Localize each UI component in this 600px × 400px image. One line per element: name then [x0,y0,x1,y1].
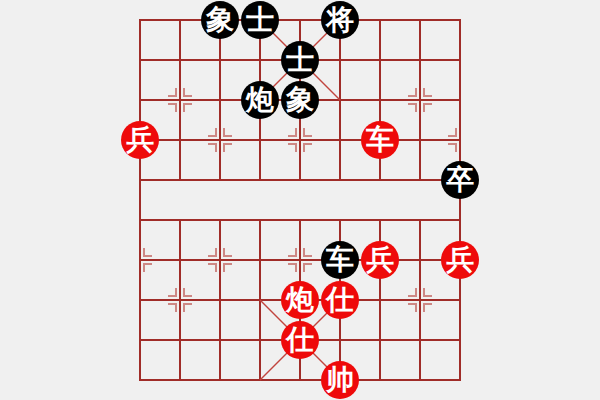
black-elephant-glyph: 象 [286,86,314,114]
black-elephant-glyph: 象 [206,6,234,34]
black-soldier[interactable]: 卒 [441,161,479,199]
black-advisor-glyph: 士 [286,46,314,74]
red-soldier[interactable]: 兵 [441,241,479,279]
black-elephant[interactable]: 象 [281,81,319,119]
red-soldier-glyph: 兵 [126,126,154,154]
red-soldier[interactable]: 兵 [121,121,159,159]
red-chariot-glyph: 车 [366,126,394,154]
black-advisor[interactable]: 士 [281,41,319,79]
black-cannon-glyph: 炮 [246,86,274,114]
black-soldier-glyph: 卒 [446,166,474,194]
xiangqi-board: 象士将士炮象兵车卒车兵兵炮仕仕帅 [120,0,480,400]
red-soldier-glyph: 兵 [446,246,474,274]
black-general[interactable]: 将 [321,1,359,39]
red-cannon[interactable]: 炮 [281,281,319,319]
red-advisor[interactable]: 仕 [281,321,319,359]
black-cannon[interactable]: 炮 [241,81,279,119]
red-general-glyph: 帅 [326,366,354,394]
red-chariot[interactable]: 车 [361,121,399,159]
red-soldier-glyph: 兵 [366,246,394,274]
black-elephant[interactable]: 象 [201,1,239,39]
pieces-layer: 象士将士炮象兵车卒车兵兵炮仕仕帅 [120,0,480,400]
black-general-glyph: 将 [326,6,354,34]
red-soldier[interactable]: 兵 [361,241,399,279]
red-cannon-glyph: 炮 [286,286,314,314]
black-chariot-glyph: 车 [326,246,354,274]
black-advisor[interactable]: 士 [241,1,279,39]
xiangqi-app-screen: 象士将士炮象兵车卒车兵兵炮仕仕帅 [0,0,600,400]
red-general[interactable]: 帅 [321,361,359,399]
black-advisor-glyph: 士 [246,6,274,34]
red-advisor-glyph: 仕 [286,326,314,354]
black-chariot[interactable]: 车 [321,241,359,279]
red-advisor[interactable]: 仕 [321,281,359,319]
red-advisor-glyph: 仕 [326,286,354,314]
